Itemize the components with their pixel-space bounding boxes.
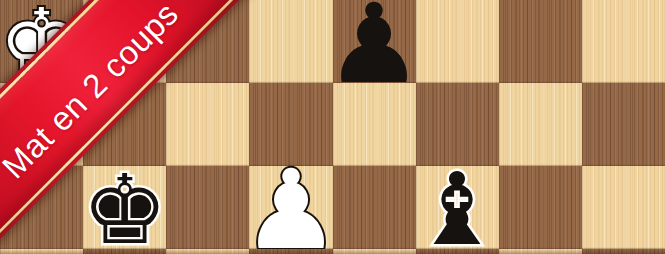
square-g6[interactable]: [499, 83, 582, 166]
chess-puzzle-image: ♚♟♚♟♝ Mat en 2 coups: [0, 0, 665, 254]
black-king-piece[interactable]: ♚: [82, 162, 168, 254]
square-a5[interactable]: [0, 166, 83, 249]
square-c6[interactable]: [166, 83, 249, 166]
square-b7[interactable]: [83, 0, 166, 83]
square-g4[interactable]: [499, 249, 582, 254]
square-g5[interactable]: [499, 166, 582, 249]
square-c7[interactable]: [166, 0, 249, 83]
square-f5[interactable]: ♝: [416, 166, 499, 249]
square-e5[interactable]: [333, 166, 416, 249]
square-f7[interactable]: [416, 0, 499, 83]
square-e4[interactable]: [333, 249, 416, 254]
square-c4[interactable]: [166, 249, 249, 254]
square-h4[interactable]: [582, 249, 665, 254]
square-a4[interactable]: [0, 249, 83, 254]
square-c5[interactable]: [166, 166, 249, 249]
square-g7[interactable]: [499, 0, 582, 83]
chess-board[interactable]: ♚♟♚♟♝: [0, 0, 665, 254]
square-b5[interactable]: ♚: [83, 166, 166, 249]
square-h6[interactable]: [582, 83, 665, 166]
square-d7[interactable]: [249, 0, 332, 83]
white-king-piece[interactable]: ♚: [0, 0, 85, 92]
square-a7[interactable]: ♚: [0, 0, 83, 83]
square-e7[interactable]: ♟: [333, 0, 416, 83]
square-e6[interactable]: [333, 83, 416, 166]
black-bishop-piece[interactable]: ♝: [412, 160, 502, 254]
square-b4[interactable]: [83, 249, 166, 254]
square-h5[interactable]: [582, 166, 665, 249]
square-a6[interactable]: [0, 83, 83, 166]
square-f4[interactable]: [416, 249, 499, 254]
square-d5[interactable]: ♟: [249, 166, 332, 249]
square-d4[interactable]: [249, 249, 332, 254]
square-h7[interactable]: [582, 0, 665, 83]
white-pawn-piece[interactable]: ♟: [242, 155, 341, 254]
